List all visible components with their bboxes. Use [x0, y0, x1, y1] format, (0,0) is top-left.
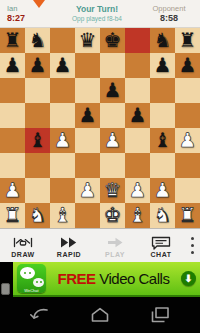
piece-white-pawn: ♟: [4, 178, 22, 203]
square-d3[interactable]: [75, 153, 100, 178]
piece-white-pawn: ♟: [104, 128, 122, 153]
square-e4[interactable]: ♟: [100, 128, 125, 153]
square-a6[interactable]: [0, 78, 25, 103]
piece-black-bishop: ♝: [29, 128, 47, 153]
square-e1[interactable]: ♚: [100, 203, 125, 228]
action-toolbar: DRAW RAPID PLAY: [0, 228, 200, 262]
square-h8[interactable]: ♜: [175, 28, 200, 53]
chat-button[interactable]: CHAT: [138, 229, 184, 262]
square-b4[interactable]: ♝: [25, 128, 50, 153]
square-f6[interactable]: [125, 78, 150, 103]
square-g1[interactable]: ♞: [150, 203, 175, 228]
back-button[interactable]: [27, 305, 53, 325]
square-g8[interactable]: ♞: [150, 28, 175, 53]
overflow-menu-icon[interactable]: [184, 229, 200, 262]
piece-black-rook: ♜: [179, 28, 197, 53]
square-f4[interactable]: [125, 128, 150, 153]
play-arrow-icon: [106, 236, 124, 250]
square-g5[interactable]: [150, 103, 175, 128]
ad-headline-emphasis: FREE: [58, 270, 96, 287]
square-b6[interactable]: [25, 78, 50, 103]
piece-white-rook: ♜: [179, 203, 197, 228]
piece-white-bishop: ♝: [54, 203, 72, 228]
piece-black-rook: ♜: [4, 28, 22, 53]
square-h7[interactable]: ♟: [175, 53, 200, 78]
fast-forward-arrows-icon: [60, 236, 78, 250]
square-c3[interactable]: [50, 153, 75, 178]
square-f1[interactable]: ♝: [125, 203, 150, 228]
ad-banner[interactable]: WeChat FREE Video Calls ⬇: [13, 262, 200, 297]
download-arrow-icon: ⬇: [181, 271, 196, 286]
piece-black-knight: ♞: [29, 28, 47, 53]
square-c5[interactable]: [50, 103, 75, 128]
square-b7[interactable]: ♟: [25, 53, 50, 78]
square-g3[interactable]: [150, 153, 175, 178]
square-b3[interactable]: [25, 153, 50, 178]
piece-black-pawn: ♟: [54, 53, 72, 78]
square-d2[interactable]: ♟: [75, 178, 100, 203]
chess-board[interactable]: ♜♞♛♚♞♜♟♟♟♟♟♟♟♟♝♟♟♝♟♟♟♛♟♟♜♞♝♚♝♞♜: [0, 28, 200, 228]
square-a4[interactable]: [0, 128, 25, 153]
piece-white-pawn: ♟: [54, 128, 72, 153]
square-c8[interactable]: [50, 28, 75, 53]
square-h6[interactable]: [175, 78, 200, 103]
play-button[interactable]: PLAY: [92, 229, 138, 262]
square-g2[interactable]: ♟: [150, 178, 175, 203]
draw-button[interactable]: DRAW: [0, 229, 46, 262]
piece-black-knight: ♞: [154, 28, 172, 53]
piece-white-bishop: ♝: [129, 203, 147, 228]
chat-bubble-icon: [151, 236, 171, 250]
square-a2[interactable]: ♟: [0, 178, 25, 203]
square-b5[interactable]: [25, 103, 50, 128]
square-b1[interactable]: ♞: [25, 203, 50, 228]
square-d5[interactable]: ♟: [75, 103, 100, 128]
opponent-panel: Opponent 8:58: [142, 0, 200, 27]
square-d1[interactable]: [75, 203, 100, 228]
square-h1[interactable]: ♜: [175, 203, 200, 228]
square-d6[interactable]: [75, 78, 100, 103]
piece-black-queen: ♛: [79, 28, 97, 53]
android-nav-bar: [0, 297, 200, 332]
player-clock: 8:27: [7, 13, 52, 24]
chat-label: CHAT: [151, 251, 172, 258]
piece-white-pawn: ♟: [154, 178, 172, 203]
ad-row: WeChat FREE Video Calls ⬇: [0, 262, 200, 297]
square-h4[interactable]: ♟: [175, 128, 200, 153]
recents-button[interactable]: [147, 305, 173, 325]
status-panel: Your Turn! Opp played f8-b4: [52, 0, 142, 27]
player-name: Ian: [7, 4, 52, 13]
square-e3[interactable]: [100, 153, 125, 178]
square-h2[interactable]: [175, 178, 200, 203]
square-b2[interactable]: [25, 178, 50, 203]
piece-white-knight: ♞: [154, 203, 172, 228]
piece-black-pawn: ♟: [29, 53, 47, 78]
square-d8[interactable]: ♛: [75, 28, 100, 53]
piece-white-pawn: ♟: [129, 178, 147, 203]
last-move-text: Opp played f8-b4: [52, 14, 142, 23]
square-e2[interactable]: ♛: [100, 178, 125, 203]
opponent-name: Opponent: [142, 4, 196, 13]
square-f5[interactable]: ♟: [125, 103, 150, 128]
square-f7[interactable]: [125, 53, 150, 78]
square-c4[interactable]: ♟: [50, 128, 75, 153]
square-g4[interactable]: ♝: [150, 128, 175, 153]
square-d4[interactable]: [75, 128, 100, 153]
ad-headline-rest: Video Calls: [96, 270, 170, 287]
piece-black-pawn: ♟: [104, 78, 122, 103]
draw-label: DRAW: [11, 251, 34, 258]
wechat-icon-label: WeChat: [17, 288, 46, 293]
piece-black-pawn: ♟: [129, 103, 147, 128]
square-f3[interactable]: [125, 153, 150, 178]
square-g7[interactable]: ♟: [150, 53, 175, 78]
square-h5[interactable]: [175, 103, 200, 128]
square-a8[interactable]: ♜: [0, 28, 25, 53]
square-c1[interactable]: ♝: [50, 203, 75, 228]
edge-widget: [1, 283, 10, 295]
square-a1[interactable]: ♜: [0, 203, 25, 228]
piece-black-king: ♚: [104, 28, 122, 53]
piece-white-rook: ♜: [4, 203, 22, 228]
rapid-button[interactable]: RAPID: [46, 229, 92, 262]
piece-black-bishop: ♝: [154, 128, 172, 153]
square-c7[interactable]: ♟: [50, 53, 75, 78]
wechat-app-icon: WeChat: [17, 264, 46, 293]
play-label: PLAY: [105, 251, 125, 258]
square-e5[interactable]: [100, 103, 125, 128]
piece-white-pawn: ♟: [179, 128, 197, 153]
square-f8[interactable]: [125, 28, 150, 53]
square-e6[interactable]: ♟: [100, 78, 125, 103]
square-h3[interactable]: [175, 153, 200, 178]
piece-white-pawn: ♟: [79, 178, 97, 203]
rapid-label: RAPID: [57, 251, 81, 258]
square-g6[interactable]: [150, 78, 175, 103]
square-a5[interactable]: [0, 103, 25, 128]
square-a3[interactable]: [0, 153, 25, 178]
square-f2[interactable]: ♟: [125, 178, 150, 203]
ad-headline: FREE Video Calls: [46, 262, 181, 295]
square-b8[interactable]: ♞: [25, 28, 50, 53]
piece-white-king: ♚: [104, 203, 122, 228]
piece-black-pawn: ♟: [4, 53, 22, 78]
piece-black-pawn: ♟: [179, 53, 197, 78]
square-c6[interactable]: [50, 78, 75, 103]
app-screen: Ian 8:27 Your Turn! Opp played f8-b4 Opp…: [0, 0, 200, 333]
turn-indicator-icon: [33, 0, 45, 8]
piece-white-queen: ♛: [104, 178, 122, 203]
piece-black-pawn: ♟: [79, 103, 97, 128]
square-a7[interactable]: ♟: [0, 53, 25, 78]
piece-white-knight: ♞: [29, 203, 47, 228]
square-e8[interactable]: ♚: [100, 28, 125, 53]
handshake-icon: [13, 236, 33, 250]
square-c2[interactable]: [50, 178, 75, 203]
square-d7[interactable]: [75, 53, 100, 78]
game-status-bar: Ian 8:27 Your Turn! Opp played f8-b4 Opp…: [0, 0, 200, 28]
home-button[interactable]: [87, 305, 113, 325]
piece-black-pawn: ♟: [154, 53, 172, 78]
opponent-clock: 8:58: [142, 13, 196, 24]
square-e7[interactable]: [100, 53, 125, 78]
turn-status: Your Turn!: [52, 4, 142, 14]
